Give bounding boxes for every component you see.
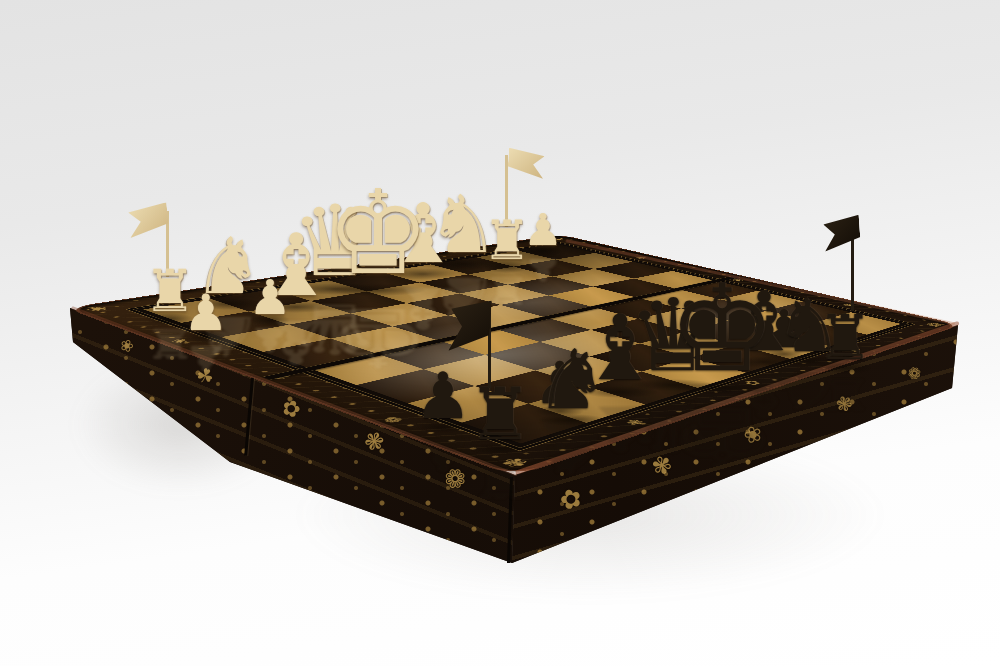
black-knight-b1[interactable]: ♞ <box>531 339 613 421</box>
white-rook-h8[interactable]: ♜ <box>480 214 534 268</box>
white-pawn-b7[interactable]: ♟ <box>246 273 294 321</box>
white-pawn-a7[interactable]: ♟ <box>181 288 231 338</box>
gilt-ornament-icon: ✿ <box>279 395 304 422</box>
piece-glyph: ♜ <box>814 307 876 369</box>
piece-glyph: ♜ <box>480 214 534 268</box>
gilt-ornament-icon: ❃ <box>360 427 387 457</box>
black-rook-a1[interactable]: ♜ <box>464 378 536 450</box>
black-rook-h1[interactable]: ♜ <box>814 307 876 369</box>
gilt-ornament-icon: ✿ <box>556 483 585 515</box>
gilt-ornament-icon: ❁ <box>906 364 923 383</box>
gilt-ornament-icon: ❀ <box>118 336 136 356</box>
piece-glyph: ♞ <box>531 339 613 421</box>
piece-glyph: ♚ <box>662 269 782 389</box>
piece-glyph: ♟ <box>181 288 231 338</box>
piece-glyph: ♟ <box>246 273 294 321</box>
photo-scene: ❀ ☘ ✿ ❃ ❁ ✿ ✾ ❀ ❃ ❁ ❀ ✿ ❁ ☘ ✿ ❃ ❀ ✾ ❁ ☘ … <box>0 0 1000 666</box>
black-king-e1[interactable]: ♚ <box>662 269 782 389</box>
piece-glyph: ♜ <box>464 378 536 450</box>
